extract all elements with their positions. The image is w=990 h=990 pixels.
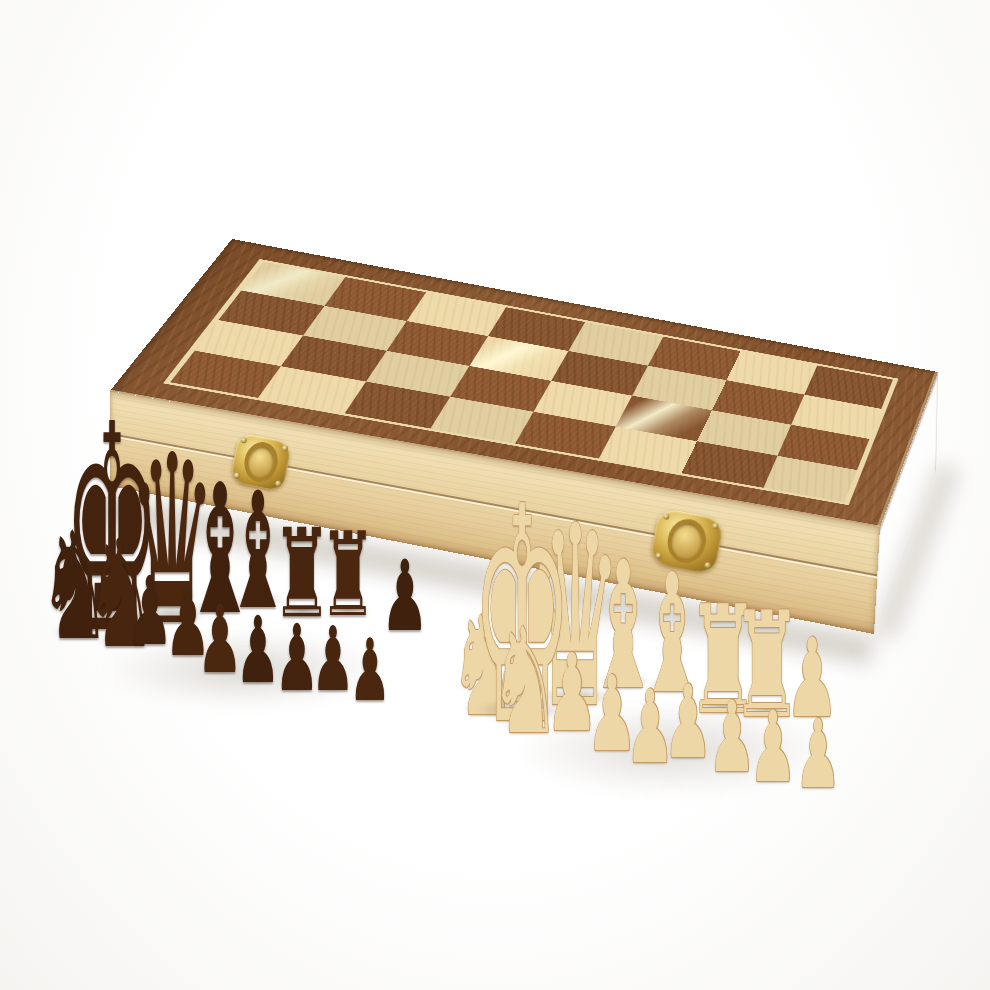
light-pawn-piece: ♟ — [795, 707, 842, 802]
light-pawn-piece: ♟ — [749, 698, 797, 796]
dark-pawn-piece: ♟ — [349, 627, 391, 713]
chess-set-product-photo: ♞♚♞♛♝♝♜♜♟♟♟♟♟♟♟♟♞♚♞♛♝♝♜♜♟♟♟♟♟♟♟♟ — [0, 0, 990, 990]
clasp-screw — [281, 445, 288, 452]
light-pawn-piece: ♟ — [625, 677, 675, 778]
